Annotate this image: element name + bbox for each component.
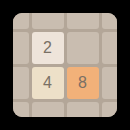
empty-cell-r1c0: [13, 32, 29, 64]
empty-cell-r0c1: [32, 13, 64, 29]
tile-2: 2: [32, 32, 64, 64]
empty-cell-r1c2: [67, 32, 99, 64]
empty-cell-r1c3: [102, 32, 118, 64]
empty-cell-r0c0: [13, 13, 29, 29]
game-board[interactable]: 248: [13, 13, 117, 117]
empty-cell-r0c2: [67, 13, 99, 29]
empty-cell-r2c3: [102, 67, 118, 99]
empty-cell-r3c1: [32, 102, 64, 118]
board-grid: 248: [13, 13, 117, 117]
empty-cell-r3c3: [102, 102, 118, 118]
tile-4: 4: [32, 67, 64, 99]
empty-cell-r0c3: [102, 13, 118, 29]
tile-8: 8: [67, 67, 99, 99]
empty-cell-r2c0: [13, 67, 29, 99]
empty-cell-r3c0: [13, 102, 29, 118]
empty-cell-r3c2: [67, 102, 99, 118]
